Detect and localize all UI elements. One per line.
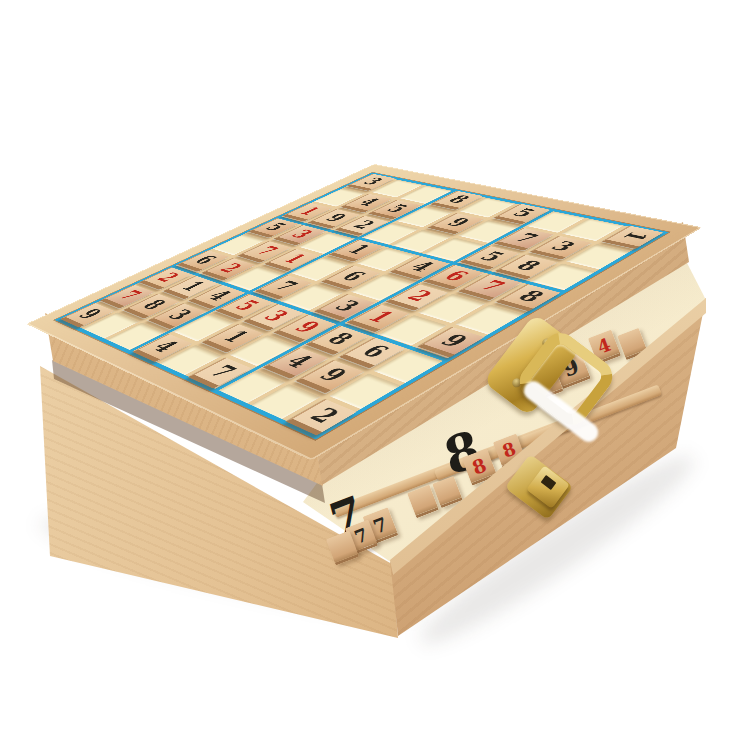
- brass-hasp-latch[interactable]: [495, 312, 655, 462]
- product-photo-stage: 94888777 3851459731925853146787162627319…: [0, 0, 750, 750]
- brass-catch-lock[interactable]: [512, 456, 612, 556]
